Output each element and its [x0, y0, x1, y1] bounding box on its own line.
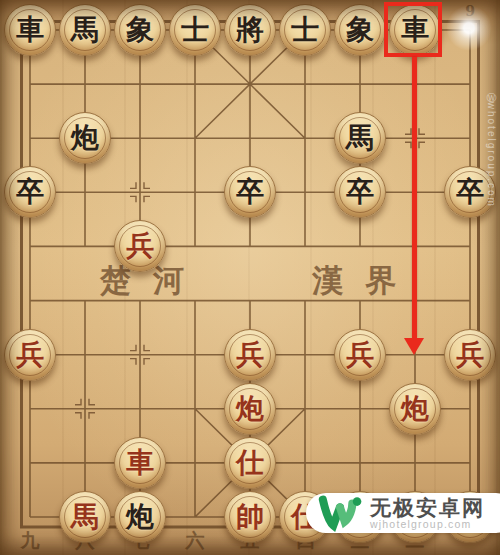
piece-red-chariot-c8[interactable]: 車 [114, 437, 166, 489]
piece-red-advisor-e8[interactable]: 仕 [224, 437, 276, 489]
piece-black-advisor-d0[interactable]: 士 [169, 4, 221, 56]
move-arrow-head [404, 338, 424, 355]
piece-character: 士 [280, 5, 330, 55]
piece-red-soldier-a6[interactable]: 兵 [4, 329, 56, 381]
piece-black-elephant-g0[interactable]: 象 [334, 4, 386, 56]
piece-character: 卒 [225, 167, 275, 217]
piece-character: 炮 [390, 384, 440, 434]
piece-character: 帥 [225, 492, 275, 542]
watermark-title: 无极安卓网 [370, 497, 485, 518]
piece-character: 馬 [60, 492, 110, 542]
xiangqi-board-screen: 楚河 漢界 123456789九八七六五四三二一 車馬象士將士象車炮馬卒卒卒卒兵… [0, 0, 500, 555]
piece-black-cannon-b2[interactable]: 炮 [59, 112, 111, 164]
piece-character: 馬 [60, 5, 110, 55]
piece-black-horse-b0[interactable]: 馬 [59, 4, 111, 56]
piece-character: 卒 [5, 167, 55, 217]
piece-red-soldier-g6[interactable]: 兵 [334, 329, 386, 381]
piece-black-soldier-g3[interactable]: 卒 [334, 166, 386, 218]
piece-character: 象 [335, 5, 385, 55]
piece-red-soldier-e6[interactable]: 兵 [224, 329, 276, 381]
piece-black-soldier-e3[interactable]: 卒 [224, 166, 276, 218]
piece-character: 將 [225, 5, 275, 55]
piece-black-advisor-f0[interactable]: 士 [279, 4, 331, 56]
piece-red-cannon-h7[interactable]: 炮 [389, 383, 441, 435]
piece-red-horse-b9[interactable]: 馬 [59, 491, 111, 543]
piece-red-soldier-c4[interactable]: 兵 [114, 220, 166, 272]
piece-black-elephant-c0[interactable]: 象 [114, 4, 166, 56]
piece-character: 車 [5, 5, 55, 55]
watermark: 无极安卓网 wjhotelgroup.com [306, 493, 500, 533]
piece-character: 車 [115, 438, 165, 488]
piece-character: 炮 [225, 384, 275, 434]
move-arrow-line [412, 57, 417, 338]
piece-character: 兵 [445, 330, 495, 380]
piece-black-general-e0[interactable]: 將 [224, 4, 276, 56]
piece-character: 卒 [335, 167, 385, 217]
piece-character: 兵 [5, 330, 55, 380]
move-highlight-box [384, 2, 442, 57]
piece-red-cannon-e7[interactable]: 炮 [224, 383, 276, 435]
piece-red-soldier-i6[interactable]: 兵 [444, 329, 496, 381]
bottom-file-label-1: 九 [18, 528, 42, 554]
piece-black-cannon-c9[interactable]: 炮 [114, 491, 166, 543]
piece-character: 兵 [335, 330, 385, 380]
piece-black-soldier-a3[interactable]: 卒 [4, 166, 56, 218]
bottom-file-label-4: 六 [183, 528, 207, 554]
piece-black-horse-g2[interactable]: 馬 [334, 112, 386, 164]
side-watermark: Ⓦ whotelgroup.com [484, 85, 498, 208]
watermark-logo-icon [316, 494, 362, 532]
watermark-subtitle: wjhotelgroup.com [370, 519, 485, 530]
piece-character: 仕 [225, 438, 275, 488]
piece-character: 炮 [115, 492, 165, 542]
move-origin-glow [446, 5, 492, 51]
piece-character: 兵 [225, 330, 275, 380]
piece-character: 士 [170, 5, 220, 55]
piece-character: 兵 [115, 221, 165, 271]
piece-character: 炮 [60, 113, 110, 163]
river-label-right: 漢界 [312, 260, 418, 302]
piece-red-general-e9[interactable]: 帥 [224, 491, 276, 543]
piece-character: 馬 [335, 113, 385, 163]
piece-character: 象 [115, 5, 165, 55]
piece-black-chariot-a0[interactable]: 車 [4, 4, 56, 56]
